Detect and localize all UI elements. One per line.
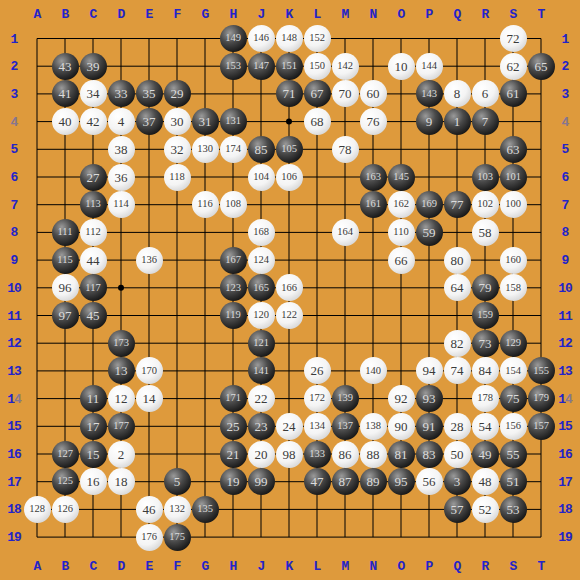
- col-label-top-F: F: [174, 7, 181, 22]
- move-number: 8: [454, 87, 461, 100]
- stone-black-Q7: 77: [444, 191, 471, 218]
- move-number: 130: [197, 144, 213, 155]
- stone-black-F17: 5: [164, 468, 191, 495]
- move-number: 145: [393, 172, 409, 183]
- stone-white-S13: 154: [500, 357, 527, 384]
- move-number: 163: [365, 172, 381, 183]
- move-number: 106: [281, 172, 297, 183]
- move-number: 85: [255, 143, 268, 156]
- stone-black-Q18: 57: [444, 496, 471, 523]
- row-label-left-7: 7: [11, 197, 18, 212]
- move-number: 127: [57, 449, 73, 460]
- move-number: 81: [395, 448, 408, 461]
- row-label-right-19: 19: [558, 530, 572, 545]
- col-label-top-H: H: [230, 7, 237, 22]
- move-number: 18: [115, 475, 128, 488]
- move-number: 32: [171, 143, 184, 156]
- stone-white-N15: 138: [360, 413, 387, 440]
- stone-white-L14: 172: [304, 385, 331, 412]
- col-label-bottom-B: B: [62, 559, 69, 574]
- stone-white-K11: 122: [276, 302, 303, 329]
- move-number: 64: [451, 281, 464, 294]
- stone-white-E18: 46: [136, 496, 163, 523]
- stone-black-E4: 37: [136, 108, 163, 135]
- stone-black-R12: 73: [472, 330, 499, 357]
- move-number: 179: [533, 393, 549, 404]
- row-label-right-7: 7: [562, 197, 569, 212]
- row-label-left-6: 6: [11, 170, 18, 185]
- stone-black-P16: 83: [416, 441, 443, 468]
- stone-black-K5: 105: [276, 136, 303, 163]
- move-number: 112: [85, 227, 100, 238]
- row-label-right-15: 15: [558, 419, 572, 434]
- move-number: 151: [281, 61, 297, 72]
- col-label-top-J: J: [258, 7, 265, 22]
- stone-black-B8: 111: [52, 219, 79, 246]
- move-number: 29: [171, 87, 184, 100]
- stone-white-N13: 140: [360, 357, 387, 384]
- move-number: 150: [309, 61, 325, 72]
- stone-white-L4: 68: [304, 108, 331, 135]
- row-label-right-16: 16: [558, 447, 572, 462]
- stone-white-J14: 22: [248, 385, 275, 412]
- row-label-right-3: 3: [562, 86, 569, 101]
- stone-black-D3: 33: [108, 80, 135, 107]
- stone-black-H4: 131: [220, 108, 247, 135]
- stone-white-J1: 146: [248, 25, 275, 52]
- stone-black-B3: 41: [52, 80, 79, 107]
- stone-white-Q16: 50: [444, 441, 471, 468]
- move-number: 117: [85, 283, 100, 294]
- stone-white-D16: 2: [108, 441, 135, 468]
- stone-black-S18: 53: [500, 496, 527, 523]
- row-label-left-14: 14: [7, 391, 21, 406]
- move-number: 105: [281, 144, 297, 155]
- move-number: 133: [309, 449, 325, 460]
- move-number: 152: [309, 33, 325, 44]
- stone-black-Q17: 3: [444, 468, 471, 495]
- stone-black-T13: 155: [528, 357, 555, 384]
- stone-white-S1: 72: [500, 25, 527, 52]
- move-number: 131: [225, 116, 241, 127]
- move-number: 9: [426, 115, 433, 128]
- stone-white-G7: 116: [192, 191, 219, 218]
- move-number: 67: [311, 87, 324, 100]
- move-number: 46: [143, 503, 156, 516]
- stone-white-Q10: 64: [444, 274, 471, 301]
- move-number: 116: [197, 199, 212, 210]
- row-label-right-12: 12: [558, 336, 572, 351]
- row-label-left-8: 8: [11, 225, 18, 240]
- move-number: 138: [365, 421, 381, 432]
- move-number: 176: [141, 532, 157, 543]
- move-number: 72: [507, 32, 520, 45]
- move-number: 10: [395, 60, 408, 73]
- stone-black-S14: 75: [500, 385, 527, 412]
- stone-black-H14: 171: [220, 385, 247, 412]
- move-number: 97: [59, 309, 72, 322]
- row-label-right-2: 2: [562, 59, 569, 74]
- move-number: 11: [87, 392, 100, 405]
- move-number: 104: [253, 172, 269, 183]
- stone-white-M5: 78: [332, 136, 359, 163]
- stone-white-J6: 104: [248, 164, 275, 191]
- move-number: 120: [253, 310, 269, 321]
- move-number: 178: [477, 393, 493, 404]
- row-label-right-18: 18: [558, 502, 572, 517]
- stone-white-K1: 148: [276, 25, 303, 52]
- move-number: 136: [141, 255, 157, 266]
- stone-black-B11: 97: [52, 302, 79, 329]
- stone-white-C4: 42: [80, 108, 107, 135]
- stone-white-J11: 120: [248, 302, 275, 329]
- stone-black-P7: 169: [416, 191, 443, 218]
- move-number: 93: [423, 392, 436, 405]
- stone-black-T2: 65: [528, 53, 555, 80]
- stone-white-M16: 86: [332, 441, 359, 468]
- stone-black-J13: 141: [248, 357, 275, 384]
- stone-white-J16: 20: [248, 441, 275, 468]
- move-number: 82: [451, 337, 464, 350]
- move-number: 89: [367, 475, 380, 488]
- stone-white-K15: 24: [276, 413, 303, 440]
- move-number: 170: [141, 366, 157, 377]
- stone-black-R16: 49: [472, 441, 499, 468]
- stone-black-S5: 63: [500, 136, 527, 163]
- move-number: 23: [255, 420, 268, 433]
- stone-white-C9: 44: [80, 247, 107, 274]
- stone-white-L13: 26: [304, 357, 331, 384]
- move-number: 166: [281, 283, 297, 294]
- row-label-right-11: 11: [558, 308, 572, 323]
- stone-black-C15: 17: [80, 413, 107, 440]
- move-number: 39: [87, 60, 100, 73]
- col-label-bottom-E: E: [146, 559, 153, 574]
- row-label-right-4: 4: [562, 114, 569, 129]
- col-label-bottom-Q: Q: [454, 559, 461, 574]
- stone-black-P8: 59: [416, 219, 443, 246]
- move-number: 164: [337, 227, 353, 238]
- move-number: 22: [255, 392, 268, 405]
- stone-black-J2: 147: [248, 53, 275, 80]
- col-label-top-L: L: [314, 7, 321, 22]
- col-label-top-O: O: [398, 7, 405, 22]
- col-label-top-Q: Q: [454, 7, 461, 22]
- stone-black-F19: 175: [164, 524, 191, 551]
- move-number: 1: [454, 115, 461, 128]
- move-number: 42: [87, 115, 100, 128]
- stone-white-Q9: 80: [444, 247, 471, 274]
- move-number: 27: [87, 171, 100, 184]
- row-label-left-12: 12: [7, 336, 21, 351]
- move-number: 4: [118, 115, 125, 128]
- move-number: 15: [87, 448, 100, 461]
- move-number: 70: [339, 87, 352, 100]
- stone-white-D6: 36: [108, 164, 135, 191]
- stone-black-H1: 149: [220, 25, 247, 52]
- move-number: 174: [225, 144, 241, 155]
- stone-black-S12: 129: [500, 330, 527, 357]
- move-number: 159: [477, 310, 493, 321]
- stone-white-R17: 48: [472, 468, 499, 495]
- move-number: 48: [479, 475, 492, 488]
- move-number: 167: [225, 255, 241, 266]
- move-number: 57: [451, 503, 464, 516]
- move-number: 90: [395, 420, 408, 433]
- move-number: 172: [309, 393, 325, 404]
- move-number: 21: [227, 448, 240, 461]
- stone-black-R4: 7: [472, 108, 499, 135]
- col-label-top-C: C: [90, 7, 97, 22]
- move-number: 99: [255, 475, 268, 488]
- move-number: 19: [227, 475, 240, 488]
- row-label-right-13: 13: [558, 363, 572, 378]
- stone-white-R13: 84: [472, 357, 499, 384]
- stone-white-G5: 130: [192, 136, 219, 163]
- stone-black-C6: 27: [80, 164, 107, 191]
- move-number: 121: [253, 338, 269, 349]
- move-number: 43: [59, 60, 72, 73]
- stone-black-O6: 145: [388, 164, 415, 191]
- move-number: 157: [533, 421, 549, 432]
- stone-white-D17: 18: [108, 468, 135, 495]
- move-number: 50: [451, 448, 464, 461]
- stone-white-L15: 134: [304, 413, 331, 440]
- move-number: 86: [339, 448, 352, 461]
- stone-black-C2: 39: [80, 53, 107, 80]
- move-number: 153: [225, 61, 241, 72]
- stone-black-C16: 15: [80, 441, 107, 468]
- move-number: 79: [479, 281, 492, 294]
- stone-white-L1: 152: [304, 25, 331, 52]
- col-label-top-D: D: [118, 7, 125, 22]
- col-label-top-G: G: [202, 7, 209, 22]
- move-number: 102: [477, 199, 493, 210]
- star-point: [118, 285, 124, 291]
- col-label-bottom-R: R: [482, 559, 489, 574]
- stone-white-P13: 94: [416, 357, 443, 384]
- move-number: 114: [113, 199, 128, 210]
- row-label-right-8: 8: [562, 225, 569, 240]
- move-number: 24: [283, 420, 296, 433]
- move-number: 126: [57, 504, 73, 515]
- row-label-right-1: 1: [562, 31, 569, 46]
- move-number: 6: [482, 87, 489, 100]
- stone-black-T15: 157: [528, 413, 555, 440]
- stone-black-R6: 103: [472, 164, 499, 191]
- stone-black-H17: 19: [220, 468, 247, 495]
- stone-white-A18: 128: [24, 496, 51, 523]
- stone-black-R10: 79: [472, 274, 499, 301]
- move-number: 61: [507, 87, 520, 100]
- move-number: 73: [479, 337, 492, 350]
- move-number: 34: [87, 87, 100, 100]
- move-number: 169: [421, 199, 437, 210]
- stone-black-C14: 11: [80, 385, 107, 412]
- stone-white-D4: 4: [108, 108, 135, 135]
- stone-black-O17: 95: [388, 468, 415, 495]
- stone-black-C7: 113: [80, 191, 107, 218]
- move-number: 16: [87, 475, 100, 488]
- stone-black-G18: 135: [192, 496, 219, 523]
- move-number: 96: [59, 281, 72, 294]
- stone-white-K10: 166: [276, 274, 303, 301]
- move-number: 101: [505, 172, 521, 183]
- move-number: 87: [339, 475, 352, 488]
- move-number: 83: [423, 448, 436, 461]
- move-number: 38: [115, 143, 128, 156]
- move-number: 33: [115, 87, 128, 100]
- stone-black-N6: 163: [360, 164, 387, 191]
- move-number: 122: [281, 310, 297, 321]
- stone-black-B2: 43: [52, 53, 79, 80]
- go-board[interactable]: AABBCCDDEEFFGGHHJJKKLLMMNNOOPPQQRRSSTT11…: [0, 0, 580, 580]
- stone-black-G4: 31: [192, 108, 219, 135]
- stone-black-P14: 93: [416, 385, 443, 412]
- stone-white-C8: 112: [80, 219, 107, 246]
- move-number: 3: [454, 475, 461, 488]
- star-point: [286, 119, 292, 125]
- stone-black-S6: 101: [500, 164, 527, 191]
- stone-white-Q12: 82: [444, 330, 471, 357]
- col-label-top-N: N: [370, 7, 377, 22]
- stone-white-J9: 124: [248, 247, 275, 274]
- stone-black-L16: 133: [304, 441, 331, 468]
- stone-white-E9: 136: [136, 247, 163, 274]
- move-number: 156: [505, 421, 521, 432]
- move-number: 37: [143, 115, 156, 128]
- row-label-left-10: 10: [7, 280, 21, 295]
- row-label-left-3: 3: [11, 86, 18, 101]
- move-number: 119: [225, 310, 240, 321]
- move-number: 14: [143, 392, 156, 405]
- stone-white-M8: 164: [332, 219, 359, 246]
- row-label-right-9: 9: [562, 253, 569, 268]
- move-number: 140: [365, 366, 381, 377]
- col-label-top-A: A: [34, 7, 41, 22]
- move-number: 45: [87, 309, 100, 322]
- stone-black-R11: 159: [472, 302, 499, 329]
- col-label-bottom-P: P: [426, 559, 433, 574]
- move-number: 40: [59, 115, 72, 128]
- move-number: 36: [115, 171, 128, 184]
- col-label-top-E: E: [146, 7, 153, 22]
- stone-black-J5: 85: [248, 136, 275, 163]
- stone-white-S9: 160: [500, 247, 527, 274]
- move-number: 175: [169, 532, 185, 543]
- row-label-left-11: 11: [7, 308, 21, 323]
- move-number: 177: [113, 421, 129, 432]
- stone-white-S7: 100: [500, 191, 527, 218]
- move-number: 128: [29, 504, 45, 515]
- move-number: 144: [421, 61, 437, 72]
- move-number: 58: [479, 226, 492, 239]
- stone-white-K6: 106: [276, 164, 303, 191]
- move-number: 74: [451, 364, 464, 377]
- move-number: 56: [423, 475, 436, 488]
- stone-black-S3: 61: [500, 80, 527, 107]
- move-number: 135: [197, 504, 213, 515]
- move-number: 125: [57, 476, 73, 487]
- stone-black-S16: 55: [500, 441, 527, 468]
- move-number: 75: [507, 392, 520, 405]
- move-number: 124: [253, 255, 269, 266]
- stone-white-M3: 70: [332, 80, 359, 107]
- move-number: 158: [505, 283, 521, 294]
- move-number: 53: [507, 503, 520, 516]
- move-number: 7: [482, 115, 489, 128]
- move-number: 26: [311, 364, 324, 377]
- move-number: 147: [253, 61, 269, 72]
- move-number: 88: [367, 448, 380, 461]
- stone-white-R8: 58: [472, 219, 499, 246]
- stone-white-N16: 88: [360, 441, 387, 468]
- move-number: 13: [115, 364, 128, 377]
- stone-white-R3: 6: [472, 80, 499, 107]
- stone-white-E14: 14: [136, 385, 163, 412]
- stone-black-H2: 153: [220, 53, 247, 80]
- stone-black-D12: 173: [108, 330, 135, 357]
- move-number: 92: [395, 392, 408, 405]
- move-number: 59: [423, 226, 436, 239]
- move-number: 52: [479, 503, 492, 516]
- stone-white-D7: 114: [108, 191, 135, 218]
- move-number: 47: [311, 475, 324, 488]
- move-number: 44: [87, 254, 100, 267]
- stone-white-F5: 32: [164, 136, 191, 163]
- move-number: 141: [253, 366, 269, 377]
- stone-black-H11: 119: [220, 302, 247, 329]
- stone-black-P3: 143: [416, 80, 443, 107]
- row-label-left-13: 13: [7, 363, 21, 378]
- move-number: 95: [395, 475, 408, 488]
- row-label-right-6: 6: [562, 170, 569, 185]
- row-label-right-10: 10: [558, 280, 572, 295]
- stone-white-K16: 98: [276, 441, 303, 468]
- move-number: 171: [225, 393, 241, 404]
- col-label-top-M: M: [342, 7, 349, 22]
- stone-black-B16: 127: [52, 441, 79, 468]
- stone-black-O16: 81: [388, 441, 415, 468]
- move-number: 62: [507, 60, 520, 73]
- stone-black-J12: 121: [248, 330, 275, 357]
- move-number: 5: [174, 475, 181, 488]
- stone-white-L2: 150: [304, 53, 331, 80]
- stone-white-B4: 40: [52, 108, 79, 135]
- move-number: 143: [421, 89, 437, 100]
- move-number: 113: [85, 199, 100, 210]
- stone-white-S15: 156: [500, 413, 527, 440]
- stone-black-K2: 151: [276, 53, 303, 80]
- stone-white-O2: 10: [388, 53, 415, 80]
- stone-white-F6: 118: [164, 164, 191, 191]
- move-number: 80: [451, 254, 464, 267]
- stone-white-M2: 142: [332, 53, 359, 80]
- stone-white-F4: 30: [164, 108, 191, 135]
- row-label-right-14: 14: [558, 391, 572, 406]
- stone-black-B17: 125: [52, 468, 79, 495]
- col-label-top-T: T: [538, 7, 545, 22]
- stone-black-H16: 21: [220, 441, 247, 468]
- move-number: 49: [479, 448, 492, 461]
- col-label-bottom-N: N: [370, 559, 377, 574]
- col-label-bottom-L: L: [314, 559, 321, 574]
- stone-white-O8: 110: [388, 219, 415, 246]
- col-label-bottom-O: O: [398, 559, 405, 574]
- stone-black-M14: 139: [332, 385, 359, 412]
- col-label-top-K: K: [286, 7, 293, 22]
- stone-black-C10: 117: [80, 274, 107, 301]
